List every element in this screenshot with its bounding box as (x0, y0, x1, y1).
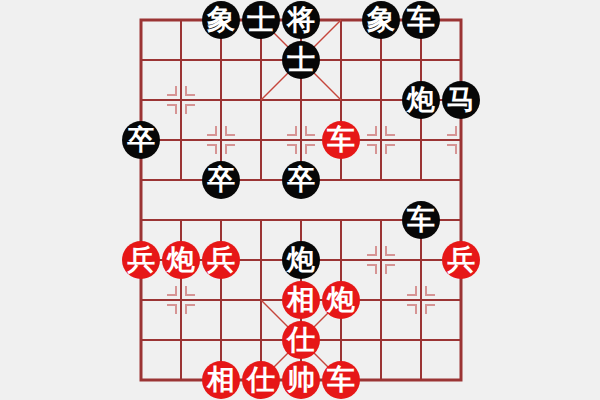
piece-red-chariot[interactable]: 车 (322, 121, 360, 159)
piece-black-cannon[interactable]: 炮 (282, 241, 320, 279)
piece-black-advisor[interactable]: 士 (282, 41, 320, 79)
piece-red-advisor[interactable]: 仕 (282, 321, 320, 359)
piece-black-soldier[interactable]: 卒 (282, 161, 320, 199)
piece-red-cannon[interactable]: 炮 (322, 281, 360, 319)
xiangqi-board-screen: 象士将象车士炮马卒卒卒车炮车兵炮兵兵相炮仕相仕帅车 (0, 0, 600, 400)
piece-black-general[interactable]: 将 (282, 1, 320, 39)
piece-black-advisor[interactable]: 士 (242, 1, 280, 39)
piece-red-advisor[interactable]: 仕 (242, 361, 280, 399)
piece-red-general[interactable]: 帅 (282, 361, 320, 399)
piece-red-elephant[interactable]: 相 (202, 361, 240, 399)
piece-black-elephant[interactable]: 象 (362, 1, 400, 39)
piece-black-chariot[interactable]: 车 (402, 201, 440, 239)
piece-red-elephant[interactable]: 相 (282, 281, 320, 319)
piece-red-soldier[interactable]: 兵 (122, 241, 160, 279)
piece-black-cannon[interactable]: 炮 (402, 81, 440, 119)
piece-black-soldier[interactable]: 卒 (202, 161, 240, 199)
piece-black-horse[interactable]: 马 (442, 81, 480, 119)
piece-red-chariot[interactable]: 车 (322, 361, 360, 399)
piece-black-elephant[interactable]: 象 (202, 1, 240, 39)
piece-red-cannon[interactable]: 炮 (162, 241, 200, 279)
piece-red-soldier[interactable]: 兵 (442, 241, 480, 279)
pieces-grid[interactable]: 象士将象车士炮马卒卒卒车炮车兵炮兵兵相炮仕相仕帅车 (121, 0, 481, 400)
piece-black-soldier[interactable]: 卒 (122, 121, 160, 159)
piece-black-chariot[interactable]: 车 (402, 1, 440, 39)
piece-red-soldier[interactable]: 兵 (202, 241, 240, 279)
